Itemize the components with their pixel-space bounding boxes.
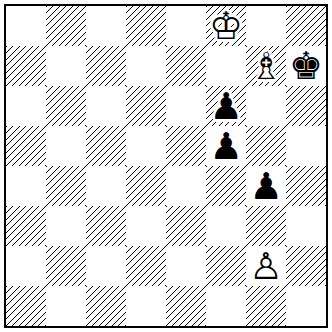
square-f8[interactable]: ♔ — [206, 6, 246, 46]
square-h7[interactable]: ♚ — [286, 46, 326, 86]
square-b3[interactable] — [46, 206, 86, 246]
square-c4[interactable] — [86, 166, 126, 206]
square-a8[interactable] — [6, 6, 46, 46]
square-d3[interactable] — [126, 206, 166, 246]
square-e3[interactable] — [166, 206, 206, 246]
piece-white-bishop[interactable]: ♗ — [246, 46, 286, 86]
square-c5[interactable] — [86, 126, 126, 166]
square-e1[interactable] — [166, 286, 206, 326]
square-c8[interactable] — [86, 6, 126, 46]
square-f4[interactable] — [206, 166, 246, 206]
square-h1[interactable] — [286, 286, 326, 326]
square-e4[interactable] — [166, 166, 206, 206]
piece-black-pawn[interactable]: ♟ — [206, 86, 246, 126]
square-a2[interactable] — [6, 246, 46, 286]
square-h8[interactable] — [286, 6, 326, 46]
square-g3[interactable] — [246, 206, 286, 246]
square-h5[interactable] — [286, 126, 326, 166]
square-d2[interactable] — [126, 246, 166, 286]
square-c1[interactable] — [86, 286, 126, 326]
square-a7[interactable] — [6, 46, 46, 86]
square-d5[interactable] — [126, 126, 166, 166]
chess-board: ♔♗♚♟♟♟♙ — [6, 6, 326, 326]
square-d6[interactable] — [126, 86, 166, 126]
square-h2[interactable] — [286, 246, 326, 286]
square-e7[interactable] — [166, 46, 206, 86]
square-f3[interactable] — [206, 206, 246, 246]
square-c3[interactable] — [86, 206, 126, 246]
square-g2[interactable]: ♙ — [246, 246, 286, 286]
piece-black-king[interactable]: ♚ — [286, 46, 326, 86]
square-g6[interactable] — [246, 86, 286, 126]
square-a3[interactable] — [6, 206, 46, 246]
square-a4[interactable] — [6, 166, 46, 206]
square-g8[interactable] — [246, 6, 286, 46]
square-h4[interactable] — [286, 166, 326, 206]
square-h3[interactable] — [286, 206, 326, 246]
square-b7[interactable] — [46, 46, 86, 86]
square-g5[interactable] — [246, 126, 286, 166]
square-h6[interactable] — [286, 86, 326, 126]
square-c2[interactable] — [86, 246, 126, 286]
square-f7[interactable] — [206, 46, 246, 86]
square-e8[interactable] — [166, 6, 206, 46]
square-b2[interactable] — [46, 246, 86, 286]
square-b8[interactable] — [46, 6, 86, 46]
square-e2[interactable] — [166, 246, 206, 286]
square-e6[interactable] — [166, 86, 206, 126]
square-a1[interactable] — [6, 286, 46, 326]
square-f6[interactable]: ♟ — [206, 86, 246, 126]
square-d7[interactable] — [126, 46, 166, 86]
square-e5[interactable] — [166, 126, 206, 166]
piece-black-pawn[interactable]: ♟ — [206, 126, 246, 166]
square-b1[interactable] — [46, 286, 86, 326]
square-c7[interactable] — [86, 46, 126, 86]
square-b5[interactable] — [46, 126, 86, 166]
square-f5[interactable]: ♟ — [206, 126, 246, 166]
square-b6[interactable] — [46, 86, 86, 126]
piece-white-king[interactable]: ♔ — [206, 6, 246, 46]
square-f1[interactable] — [206, 286, 246, 326]
chess-diagram-frame: ♔♗♚♟♟♟♙ — [4, 4, 328, 328]
square-g1[interactable] — [246, 286, 286, 326]
square-c6[interactable] — [86, 86, 126, 126]
square-d8[interactable] — [126, 6, 166, 46]
square-d4[interactable] — [126, 166, 166, 206]
square-a6[interactable] — [6, 86, 46, 126]
square-f2[interactable] — [206, 246, 246, 286]
piece-white-pawn[interactable]: ♙ — [246, 246, 286, 286]
piece-black-pawn[interactable]: ♟ — [246, 166, 286, 206]
square-b4[interactable] — [46, 166, 86, 206]
square-a5[interactable] — [6, 126, 46, 166]
square-g7[interactable]: ♗ — [246, 46, 286, 86]
square-g4[interactable]: ♟ — [246, 166, 286, 206]
square-d1[interactable] — [126, 286, 166, 326]
